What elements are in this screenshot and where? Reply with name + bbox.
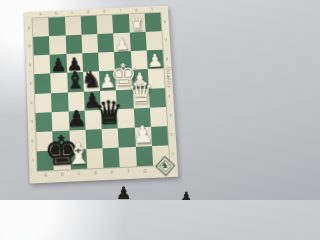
coord-label: 8 <box>161 13 168 32</box>
square-b4 <box>51 92 68 112</box>
coord-label: g <box>128 8 144 14</box>
square-c5: ♝ <box>67 72 84 92</box>
square-e6 <box>98 52 115 72</box>
square-h5 <box>147 69 164 89</box>
coord-label: d <box>80 10 96 16</box>
square-c7 <box>65 35 82 54</box>
captured-black-piece: ♟ <box>116 185 131 200</box>
square-g3 <box>133 107 150 127</box>
black-pawn: ♟ <box>50 56 67 74</box>
square-b5 <box>51 73 68 93</box>
square-a4 <box>35 93 52 113</box>
coord-label: 7 <box>26 37 33 56</box>
brand-text: Quality <box>164 66 173 106</box>
square-f2 <box>118 127 135 147</box>
white-pawn: ♟ <box>147 52 164 70</box>
square-b1: ♚ <box>53 150 70 170</box>
square-d5: ♞ <box>83 72 100 92</box>
captured-black-piece: ♟ <box>180 190 193 200</box>
coord-label: 8 <box>26 19 32 38</box>
coord-label: 1 <box>30 151 37 171</box>
square-a3 <box>36 112 53 132</box>
coord-label: e <box>104 170 121 175</box>
square-e7 <box>97 33 114 52</box>
coord-label: f <box>120 169 137 174</box>
square-b8 <box>49 17 66 36</box>
square-d1 <box>86 148 103 168</box>
coord-label: d <box>87 171 104 176</box>
square-a6 <box>34 55 51 75</box>
coord-label: g <box>137 168 154 173</box>
coord-label: 2 <box>29 132 36 152</box>
square-g6 <box>130 51 147 70</box>
coord-label: 2 <box>168 126 175 146</box>
square-e2 <box>102 128 119 148</box>
coord-label: 5 <box>27 75 34 94</box>
square-b2 <box>53 130 70 150</box>
coord-label: b <box>48 11 64 17</box>
square-a7 <box>33 36 50 55</box>
square-c8 <box>65 16 82 35</box>
square-f4 <box>116 89 133 109</box>
chess-mat: abcdefgh abcdefgh 87654321 87654321 Qual… <box>24 6 178 184</box>
coord-label: a <box>32 12 48 18</box>
square-b7 <box>49 36 66 55</box>
square-f1 <box>119 147 136 167</box>
black-pawn: ♟ <box>66 56 83 74</box>
square-b6: ♟ <box>50 54 67 74</box>
square-f6 <box>114 51 131 71</box>
square-d3 <box>84 110 101 130</box>
square-g5: ♟ <box>131 69 148 89</box>
square-g2: ♟ <box>134 127 151 147</box>
white-pawn: ♟ <box>99 72 117 91</box>
coord-label: c <box>64 11 80 17</box>
square-c1: ♝ <box>70 149 87 169</box>
square-g8: ♜ <box>128 14 145 33</box>
square-g4: ♛ <box>132 88 149 108</box>
coord-label: b <box>54 172 71 177</box>
coord-label: 3 <box>167 106 174 125</box>
square-a8 <box>33 18 50 37</box>
square-c3: ♟ <box>68 110 85 130</box>
square-e3: ♛ <box>101 109 118 129</box>
square-h8 <box>144 13 161 32</box>
coord-label: 4 <box>28 93 35 112</box>
square-c2 <box>69 130 86 150</box>
coord-label: c <box>71 171 88 176</box>
white-pawn: ♟ <box>131 70 149 89</box>
square-e5: ♟ <box>99 71 116 91</box>
square-e4 <box>100 90 117 110</box>
square-h7 <box>145 31 162 50</box>
square-e8 <box>96 15 113 34</box>
coord-label: 3 <box>29 113 36 133</box>
photo-scene: abcdefgh abcdefgh 87654321 87654321 Qual… <box>0 0 200 200</box>
board-grid: ♜♟♟♟♟♝♞♟♚♟♟♛♟♛♟♚♝ <box>33 13 170 171</box>
coord-label: a <box>38 173 55 178</box>
square-g7 <box>129 32 146 51</box>
coord-label: 7 <box>162 31 169 50</box>
square-d2 <box>85 129 102 149</box>
square-b3 <box>52 111 69 131</box>
black-pawn: ♟ <box>83 91 102 111</box>
square-a5 <box>34 74 51 94</box>
square-d4: ♟ <box>84 91 101 111</box>
square-h3 <box>150 107 167 127</box>
square-d8 <box>80 16 97 35</box>
square-g1 <box>135 146 152 166</box>
square-e1 <box>103 147 120 167</box>
coord-label: f <box>112 8 128 14</box>
square-f5: ♚ <box>115 70 132 90</box>
coord-label: 6 <box>27 56 34 75</box>
square-f8 <box>112 14 129 33</box>
square-c6: ♟ <box>66 54 83 74</box>
square-c4 <box>67 91 84 111</box>
square-d6 <box>82 53 99 73</box>
coord-label: h <box>144 7 160 13</box>
square-h6: ♟ <box>146 50 163 69</box>
white-pawn: ♟ <box>114 37 129 52</box>
square-h4 <box>149 88 166 108</box>
white-rook: ♜ <box>130 17 145 32</box>
knight-logo-icon: ♞ <box>161 162 169 171</box>
square-a1 <box>37 150 54 170</box>
square-a2 <box>36 131 53 151</box>
coord-label: e <box>96 9 112 15</box>
square-h2 <box>151 126 168 146</box>
square-d7 <box>81 34 98 53</box>
square-f3 <box>117 108 134 128</box>
square-f7: ♟ <box>113 33 130 52</box>
